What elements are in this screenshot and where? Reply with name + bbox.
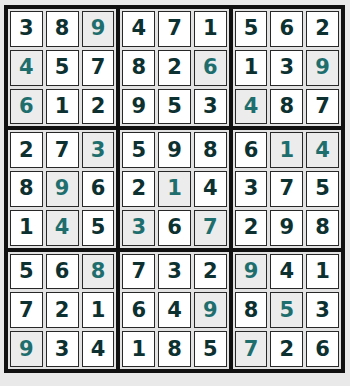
- cell-r9c6[interactable]: 5: [194, 331, 227, 367]
- cell-r1c8[interactable]: 6: [270, 11, 303, 47]
- cell-r2c4[interactable]: 8: [122, 50, 155, 86]
- cell-r6c2[interactable]: 4: [46, 210, 79, 246]
- cell-r2c6[interactable]: 6: [194, 50, 227, 86]
- cell-r5c8[interactable]: 7: [270, 171, 303, 207]
- cell-r6c9[interactable]: 8: [306, 210, 339, 246]
- box-3: 562139487: [231, 7, 343, 128]
- cell-r7c4[interactable]: 7: [122, 254, 155, 290]
- box-6: 614375298: [231, 128, 343, 249]
- cell-r8c5[interactable]: 4: [158, 292, 191, 328]
- box-7: 568721934: [6, 250, 118, 371]
- cell-r8c1[interactable]: 7: [10, 292, 43, 328]
- cell-r2c2[interactable]: 5: [46, 50, 79, 86]
- cell-r7c9[interactable]: 1: [306, 254, 339, 290]
- cell-r1c4[interactable]: 4: [122, 11, 155, 47]
- cell-r8c4[interactable]: 6: [122, 292, 155, 328]
- cell-r1c5[interactable]: 7: [158, 11, 191, 47]
- cell-r1c3[interactable]: 9: [82, 11, 115, 47]
- cell-r3c2[interactable]: 1: [46, 89, 79, 125]
- cell-r6c4[interactable]: 3: [122, 210, 155, 246]
- cell-r5c4[interactable]: 2: [122, 171, 155, 207]
- cell-r7c3[interactable]: 8: [82, 254, 115, 290]
- cell-r7c8[interactable]: 4: [270, 254, 303, 290]
- cell-r8c7[interactable]: 8: [235, 292, 268, 328]
- cell-r9c7[interactable]: 7: [235, 331, 268, 367]
- cell-r5c2[interactable]: 9: [46, 171, 79, 207]
- cell-r9c3[interactable]: 4: [82, 331, 115, 367]
- cell-r7c1[interactable]: 5: [10, 254, 43, 290]
- cell-r1c7[interactable]: 5: [235, 11, 268, 47]
- cell-r8c3[interactable]: 1: [82, 292, 115, 328]
- cell-r9c9[interactable]: 6: [306, 331, 339, 367]
- cell-r9c4[interactable]: 1: [122, 331, 155, 367]
- cell-r1c9[interactable]: 2: [306, 11, 339, 47]
- box-4: 273896145: [6, 128, 118, 249]
- cell-r4c1[interactable]: 2: [10, 132, 43, 168]
- cell-r3c3[interactable]: 2: [82, 89, 115, 125]
- cell-r3c4[interactable]: 9: [122, 89, 155, 125]
- cell-r8c6[interactable]: 9: [194, 292, 227, 328]
- box-9: 941853726: [231, 250, 343, 371]
- cell-r2c1[interactable]: 4: [10, 50, 43, 86]
- cell-r9c2[interactable]: 3: [46, 331, 79, 367]
- cell-r6c1[interactable]: 1: [10, 210, 43, 246]
- box-8: 732649185: [118, 250, 230, 371]
- sudoku-board: 3894576124718269535621394872738961455982…: [4, 5, 345, 373]
- cell-r8c9[interactable]: 3: [306, 292, 339, 328]
- box-2: 471826953: [118, 7, 230, 128]
- cell-r5c5[interactable]: 1: [158, 171, 191, 207]
- cell-r4c8[interactable]: 1: [270, 132, 303, 168]
- cell-r6c8[interactable]: 9: [270, 210, 303, 246]
- cell-r7c5[interactable]: 3: [158, 254, 191, 290]
- cell-r3c1[interactable]: 6: [10, 89, 43, 125]
- cell-r3c7[interactable]: 4: [235, 89, 268, 125]
- cell-r5c9[interactable]: 5: [306, 171, 339, 207]
- cell-r3c9[interactable]: 7: [306, 89, 339, 125]
- cell-r9c8[interactable]: 2: [270, 331, 303, 367]
- cell-r4c4[interactable]: 5: [122, 132, 155, 168]
- cell-r4c2[interactable]: 7: [46, 132, 79, 168]
- cell-r6c6[interactable]: 7: [194, 210, 227, 246]
- cell-r6c3[interactable]: 5: [82, 210, 115, 246]
- cell-r4c9[interactable]: 4: [306, 132, 339, 168]
- cell-r8c8[interactable]: 5: [270, 292, 303, 328]
- cell-r2c7[interactable]: 1: [235, 50, 268, 86]
- cell-r4c7[interactable]: 6: [235, 132, 268, 168]
- cell-r1c2[interactable]: 8: [46, 11, 79, 47]
- cell-r8c2[interactable]: 2: [46, 292, 79, 328]
- cell-r6c5[interactable]: 6: [158, 210, 191, 246]
- cell-r7c7[interactable]: 9: [235, 254, 268, 290]
- cell-r2c3[interactable]: 7: [82, 50, 115, 86]
- cell-r5c3[interactable]: 6: [82, 171, 115, 207]
- cell-r5c7[interactable]: 3: [235, 171, 268, 207]
- cell-r3c6[interactable]: 3: [194, 89, 227, 125]
- cell-r4c6[interactable]: 8: [194, 132, 227, 168]
- cell-r6c7[interactable]: 2: [235, 210, 268, 246]
- cell-r4c5[interactable]: 9: [158, 132, 191, 168]
- box-1: 389457612: [6, 7, 118, 128]
- cell-r2c9[interactable]: 9: [306, 50, 339, 86]
- cell-r2c5[interactable]: 2: [158, 50, 191, 86]
- cell-r4c3[interactable]: 3: [82, 132, 115, 168]
- box-5: 598214367: [118, 128, 230, 249]
- cell-r9c5[interactable]: 8: [158, 331, 191, 367]
- cell-r3c8[interactable]: 8: [270, 89, 303, 125]
- cell-r1c6[interactable]: 1: [194, 11, 227, 47]
- cell-r7c6[interactable]: 2: [194, 254, 227, 290]
- cell-r5c1[interactable]: 8: [10, 171, 43, 207]
- cell-r1c1[interactable]: 3: [10, 11, 43, 47]
- cell-r3c5[interactable]: 5: [158, 89, 191, 125]
- cell-r9c1[interactable]: 9: [10, 331, 43, 367]
- cell-r7c2[interactable]: 6: [46, 254, 79, 290]
- cell-r2c8[interactable]: 3: [270, 50, 303, 86]
- cell-r5c6[interactable]: 4: [194, 171, 227, 207]
